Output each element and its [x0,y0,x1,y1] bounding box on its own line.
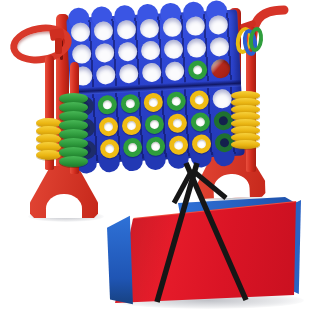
bag-left-end [105,214,135,306]
bag-front-face [113,200,301,304]
product-photo-canvas: { "game": { "name": "connect-four", "tit… [0,0,310,310]
carry-bag [0,0,310,310]
